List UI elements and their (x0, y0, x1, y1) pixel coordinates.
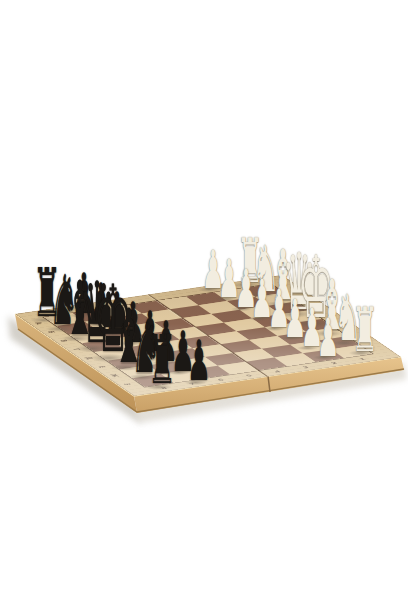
black-rook-glyph: ♜ (148, 327, 177, 394)
black-pawn-glyph: ♟ (187, 333, 211, 389)
chess-set-photo: АБВГДЕЖЗ12345678 ♜♞♝♛♚♝♞♜♟♟♟♟♟♟♟♟♟♟♟♟♟♟♟… (0, 0, 408, 612)
white-pawn-glyph: ♟ (317, 312, 340, 365)
white-rook-glyph: ♜ (352, 298, 378, 360)
pieces-layer: ♜♞♝♛♚♝♞♜♟♟♟♟♟♟♟♟♟♟♟♟♟♟♟♟♜♞♝♛♚♝♞♜ (0, 0, 408, 612)
